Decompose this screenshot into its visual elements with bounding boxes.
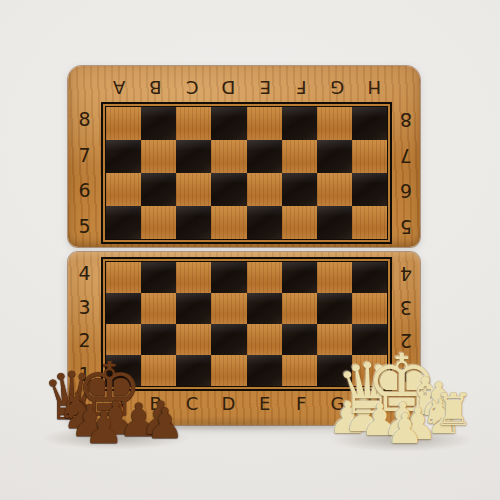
rank-labels-upper-right: 8765 [392,102,420,244]
square-h4 [352,262,387,293]
square-d8 [211,107,246,140]
square-b4 [141,262,176,293]
rank-label-right-5: 5 [392,217,420,236]
square-f3 [282,293,317,324]
square-e5 [247,206,282,239]
file-label-top-g: G [319,74,355,100]
board-upper-half: ABCDEFGH 8765 8765 [68,66,420,247]
square-b6 [141,173,176,206]
square-e8 [247,107,282,140]
square-h3 [352,293,387,324]
square-a7 [106,140,141,173]
rank-label-left-4: 4 [68,264,101,283]
square-c7 [176,140,211,173]
rank-label-right-7: 7 [392,146,420,165]
file-label-top-d: D [210,74,246,100]
square-g3 [317,293,352,324]
square-h7 [352,140,387,173]
square-h6 [352,173,387,206]
square-f5 [282,206,317,239]
square-d6 [211,173,246,206]
rank-label-right-4: 4 [392,264,420,283]
square-c2 [176,324,211,355]
square-g8 [317,107,352,140]
file-label-bottom-d: D [210,391,246,415]
square-c1 [176,355,211,386]
square-h8 [352,107,387,140]
file-label-bottom-f: F [283,391,319,415]
square-a6 [106,173,141,206]
rank-label-left-3: 3 [68,298,101,317]
square-f6 [282,173,317,206]
rank-label-left-7: 7 [68,146,101,165]
file-label-top-b: B [137,74,173,100]
file-label-top-a: A [101,74,137,100]
square-b5 [141,206,176,239]
rank-label-left-5: 5 [68,217,101,236]
square-f7 [282,140,317,173]
file-label-top-e: E [247,74,283,100]
square-b8 [141,107,176,140]
square-f8 [282,107,317,140]
offboard-light-pawn-12: ♟ [386,408,424,450]
square-c6 [176,173,211,206]
square-d3 [211,293,246,324]
square-g6 [317,173,352,206]
square-b2 [141,324,176,355]
square-d1 [211,355,246,386]
square-e1 [247,355,282,386]
square-c5 [176,206,211,239]
square-a5 [106,206,141,239]
playing-field-upper [101,102,392,244]
square-g4 [317,262,352,293]
square-b7 [141,140,176,173]
squares-ranks-8-to-5 [105,106,388,240]
square-e3 [247,293,282,324]
offboard-dark-pawn-9: ♟ [146,403,184,445]
square-d4 [211,262,246,293]
square-a4 [106,262,141,293]
square-b1 [141,355,176,386]
square-f2 [282,324,317,355]
chess-set-photo: ABCDEFGH 8765 8765 4321 4321 ABCDEFGH ♛♚… [0,0,500,500]
square-g5 [317,206,352,239]
file-label-top-c: C [174,74,210,100]
rank-label-right-6: 6 [392,181,420,200]
square-b3 [141,293,176,324]
square-e7 [247,140,282,173]
rank-label-right-8: 8 [392,110,420,129]
square-c4 [176,262,211,293]
rank-label-right-3: 3 [392,298,420,317]
square-e4 [247,262,282,293]
square-f4 [282,262,317,293]
file-labels-top: ABCDEFGH [101,74,392,100]
square-d7 [211,140,246,173]
rank-label-left-6: 6 [68,181,101,200]
square-c3 [176,293,211,324]
rank-labels-upper-left: 8765 [68,102,101,244]
offboard-light-rook-8: ♜ [434,388,473,432]
square-a8 [106,107,141,140]
square-d2 [211,324,246,355]
square-a3 [106,293,141,324]
square-e6 [247,173,282,206]
file-label-bottom-e: E [247,391,283,415]
square-c8 [176,107,211,140]
file-label-top-f: F [283,74,319,100]
rank-label-left-8: 8 [68,110,101,129]
square-f1 [282,355,317,386]
file-label-top-h: H [356,74,392,100]
square-d5 [211,206,246,239]
square-g7 [317,140,352,173]
square-h5 [352,206,387,239]
square-e2 [247,324,282,355]
